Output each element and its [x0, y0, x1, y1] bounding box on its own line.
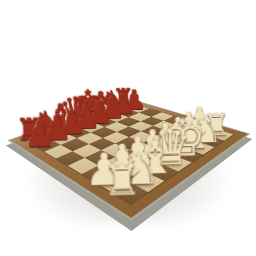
chess-set-photo: ♜♟♟♜♞♟♟♞♝♟♟♝♚♟♟♚♛♟♟♛♝♟♟♝♞♟♟♞♜♟♟♜ [0, 0, 256, 256]
piece-cream-rook: ♜ [80, 158, 166, 203]
square-a1: ♜ [112, 182, 148, 204]
piece-red-pawn: ♟ [8, 116, 72, 153]
square-a7: ♟ [34, 139, 61, 152]
